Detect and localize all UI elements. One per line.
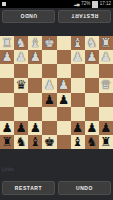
square[interactable] <box>28 93 42 107</box>
square[interactable] <box>85 64 99 78</box>
white-pawn: ♟ <box>1 50 12 64</box>
bottom-player-controls: RESTART UNDO <box>2 181 111 195</box>
square[interactable]: ♟ <box>28 50 42 64</box>
white-pawn: ♟ <box>30 50 41 64</box>
white-pawn: ♟ <box>72 50 83 64</box>
square[interactable] <box>57 135 71 149</box>
white-rook: ♜ <box>100 36 111 50</box>
square[interactable]: ♝ <box>71 36 85 50</box>
square[interactable] <box>0 78 14 92</box>
square[interactable] <box>99 93 113 107</box>
square[interactable]: ♟ <box>14 121 28 135</box>
square[interactable] <box>42 107 56 121</box>
square[interactable]: ♝ <box>28 36 42 50</box>
white-knight: ♞ <box>86 36 97 50</box>
black-king: ♚ <box>44 135 55 149</box>
footer-text: Links <box>2 166 14 172</box>
square[interactable]: ♟ <box>71 121 85 135</box>
white-king: ♚ <box>44 36 55 50</box>
square[interactable] <box>0 107 14 121</box>
black-bishop: ♝ <box>72 135 83 149</box>
square[interactable]: ♞ <box>14 135 28 149</box>
square[interactable] <box>0 64 14 78</box>
square[interactable]: ♜ <box>99 36 113 50</box>
square[interactable] <box>14 64 28 78</box>
square[interactable]: ♚ <box>42 135 56 149</box>
square[interactable] <box>28 78 42 92</box>
white-pawn: ♟ <box>44 78 55 92</box>
black-pawn: ♟ <box>100 121 111 135</box>
square[interactable]: ♟ <box>14 50 28 64</box>
chess-board: ♜♞♝♚♝♞♜♟♟♟♟♟♟♛♟♟♛♟♟♟♟♟♟♟♟♜♞♝♚♝♞♜ <box>0 36 113 149</box>
restart-button[interactable]: RESTART <box>2 181 55 195</box>
black-pawn: ♟ <box>72 121 83 135</box>
square[interactable]: ♟ <box>42 78 56 92</box>
white-pawn: ♟ <box>16 50 27 64</box>
square[interactable] <box>57 64 71 78</box>
white-queen: ♛ <box>100 78 111 92</box>
black-pawn: ♟ <box>44 93 55 107</box>
battery-icon <box>92 1 98 8</box>
square[interactable]: ♟ <box>28 121 42 135</box>
signal-icon: ▂▄ <box>74 0 79 8</box>
square[interactable]: ♟ <box>99 121 113 135</box>
black-knight: ♞ <box>16 135 27 149</box>
white-rook: ♜ <box>1 36 12 50</box>
square[interactable] <box>57 50 71 64</box>
white-pawn: ♟ <box>100 50 111 64</box>
square[interactable] <box>85 78 99 92</box>
square[interactable] <box>71 64 85 78</box>
undo-button[interactable]: UNDO <box>58 181 111 195</box>
square[interactable]: ♟ <box>85 121 99 135</box>
square[interactable] <box>71 107 85 121</box>
black-rook: ♜ <box>100 135 111 149</box>
square[interactable] <box>42 64 56 78</box>
black-pawn: ♟ <box>30 121 41 135</box>
clock-text: 17:12 <box>100 0 111 8</box>
black-pawn: ♟ <box>86 121 97 135</box>
black-rook: ♜ <box>1 135 12 149</box>
square[interactable]: ♛ <box>14 78 28 92</box>
square[interactable]: ♝ <box>71 135 85 149</box>
black-pawn: ♟ <box>1 121 12 135</box>
square[interactable]: ♟ <box>85 50 99 64</box>
notification-icon <box>2 2 6 6</box>
white-bishop: ♝ <box>72 36 83 50</box>
black-knight: ♞ <box>86 135 97 149</box>
square[interactable]: ♚ <box>42 36 56 50</box>
square[interactable] <box>0 93 14 107</box>
square[interactable]: ♜ <box>0 135 14 149</box>
square[interactable]: ♛ <box>99 78 113 92</box>
square[interactable]: ♟ <box>57 93 71 107</box>
square[interactable] <box>57 107 71 121</box>
black-queen: ♛ <box>16 78 27 92</box>
square[interactable] <box>71 78 85 92</box>
square[interactable]: ♝ <box>28 135 42 149</box>
square[interactable]: ♜ <box>99 135 113 149</box>
square[interactable]: ♟ <box>99 50 113 64</box>
square[interactable] <box>42 50 56 64</box>
black-pawn: ♟ <box>16 121 27 135</box>
restart-button-top[interactable]: RESTART <box>58 10 111 23</box>
square[interactable] <box>57 121 71 135</box>
square[interactable] <box>99 64 113 78</box>
top-player-controls: UNDO RESTART <box>2 10 111 23</box>
square[interactable] <box>14 93 28 107</box>
square[interactable]: ♜ <box>0 36 14 50</box>
square[interactable] <box>14 107 28 121</box>
square[interactable] <box>85 107 99 121</box>
square[interactable]: ♟ <box>71 50 85 64</box>
square[interactable] <box>28 64 42 78</box>
square[interactable]: ♟ <box>0 121 14 135</box>
square[interactable]: ♞ <box>85 36 99 50</box>
white-pawn: ♟ <box>58 78 69 92</box>
square[interactable]: ♟ <box>42 93 56 107</box>
square[interactable]: ♟ <box>57 78 71 92</box>
square[interactable] <box>28 107 42 121</box>
square[interactable] <box>42 121 56 135</box>
battery-percent: 72% <box>81 0 90 8</box>
white-knight: ♞ <box>16 36 27 50</box>
square[interactable] <box>99 107 113 121</box>
square[interactable] <box>71 93 85 107</box>
white-bishop: ♝ <box>30 36 41 50</box>
square[interactable] <box>57 36 71 50</box>
status-bar: ▂▄ 72% 17:12 <box>0 0 113 8</box>
square[interactable]: ♞ <box>85 135 99 149</box>
black-pawn: ♟ <box>58 93 69 107</box>
undo-button-top[interactable]: UNDO <box>2 10 55 23</box>
square[interactable] <box>85 93 99 107</box>
white-pawn: ♟ <box>86 50 97 64</box>
square[interactable]: ♟ <box>0 50 14 64</box>
black-bishop: ♝ <box>30 135 41 149</box>
square[interactable]: ♞ <box>14 36 28 50</box>
